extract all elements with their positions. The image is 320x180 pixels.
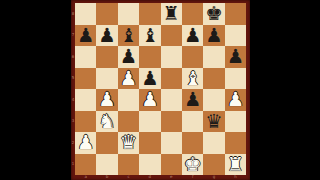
black-pawn: ♟ bbox=[184, 24, 201, 46]
square-c2[interactable]: ♛ bbox=[118, 132, 139, 154]
square-g4[interactable] bbox=[203, 89, 224, 111]
square-c6[interactable]: ♟ bbox=[118, 46, 139, 68]
square-a2[interactable]: ♟ bbox=[75, 132, 96, 154]
square-c5[interactable]: ♟ bbox=[118, 68, 139, 90]
black-rook: ♜ bbox=[163, 3, 180, 25]
square-d7[interactable]: ♝ bbox=[139, 25, 160, 47]
square-g6[interactable] bbox=[203, 46, 224, 68]
square-e4[interactable] bbox=[161, 89, 182, 111]
square-h2[interactable] bbox=[225, 132, 246, 154]
square-f1[interactable]: ♚ bbox=[182, 154, 203, 176]
square-d5[interactable]: ♟ bbox=[139, 68, 160, 90]
board-frame: ♜♚♟♟♝♝♟♟♟♟♟♟♝♟♟♟♟♞♛♟♛♚♜ 87654321abcdefgh bbox=[71, 0, 250, 180]
file-label-e: e bbox=[161, 175, 182, 180]
black-bishop: ♝ bbox=[141, 24, 158, 46]
square-b3[interactable]: ♞ bbox=[96, 111, 117, 133]
file-label-h: h bbox=[225, 175, 246, 180]
square-e7[interactable] bbox=[161, 25, 182, 47]
square-f3[interactable] bbox=[182, 111, 203, 133]
square-h7[interactable] bbox=[225, 25, 246, 47]
square-f2[interactable] bbox=[182, 132, 203, 154]
square-e5[interactable] bbox=[161, 68, 182, 90]
chess-board: ♜♚♟♟♝♝♟♟♟♟♟♟♝♟♟♟♟♞♛♟♛♚♜ bbox=[75, 3, 246, 175]
white-pawn: ♟ bbox=[77, 132, 94, 154]
square-e2[interactable] bbox=[161, 132, 182, 154]
square-d6[interactable] bbox=[139, 46, 160, 68]
white-pawn: ♟ bbox=[227, 89, 244, 111]
square-b4[interactable]: ♟ bbox=[96, 89, 117, 111]
square-f8[interactable] bbox=[182, 3, 203, 25]
square-a5[interactable] bbox=[75, 68, 96, 90]
square-c7[interactable]: ♝ bbox=[118, 25, 139, 47]
white-queen: ♛ bbox=[120, 132, 137, 154]
file-label-f: f bbox=[182, 175, 203, 180]
letterbox-right bbox=[250, 0, 320, 180]
square-h8[interactable] bbox=[225, 3, 246, 25]
square-h1[interactable]: ♜ bbox=[225, 154, 246, 176]
square-e8[interactable]: ♜ bbox=[161, 3, 182, 25]
black-pawn: ♟ bbox=[120, 46, 137, 68]
square-b6[interactable] bbox=[96, 46, 117, 68]
square-h3[interactable] bbox=[225, 111, 246, 133]
square-a3[interactable] bbox=[75, 111, 96, 133]
square-c4[interactable] bbox=[118, 89, 139, 111]
square-a1[interactable] bbox=[75, 154, 96, 176]
black-bishop: ♝ bbox=[120, 24, 137, 46]
square-d2[interactable] bbox=[139, 132, 160, 154]
white-pawn: ♟ bbox=[98, 89, 115, 111]
white-pawn: ♟ bbox=[120, 67, 137, 89]
black-pawn: ♟ bbox=[227, 46, 244, 68]
square-f4[interactable]: ♟ bbox=[182, 89, 203, 111]
file-label-a: a bbox=[75, 175, 96, 180]
black-queen: ♛ bbox=[205, 110, 222, 132]
square-b5[interactable] bbox=[96, 68, 117, 90]
square-f5[interactable]: ♝ bbox=[182, 68, 203, 90]
white-rook: ♜ bbox=[227, 153, 244, 175]
square-f7[interactable]: ♟ bbox=[182, 25, 203, 47]
black-pawn: ♟ bbox=[184, 89, 201, 111]
file-label-c: c bbox=[118, 175, 139, 180]
square-e1[interactable] bbox=[161, 154, 182, 176]
square-g3[interactable]: ♛ bbox=[203, 111, 224, 133]
square-d8[interactable] bbox=[139, 3, 160, 25]
square-a8[interactable] bbox=[75, 3, 96, 25]
black-king: ♚ bbox=[205, 3, 222, 25]
file-label-b: b bbox=[96, 175, 117, 180]
square-d3[interactable] bbox=[139, 111, 160, 133]
black-pawn: ♟ bbox=[141, 67, 158, 89]
file-label-d: d bbox=[139, 175, 160, 180]
square-h5[interactable] bbox=[225, 68, 246, 90]
square-g8[interactable]: ♚ bbox=[203, 3, 224, 25]
white-knight: ♞ bbox=[98, 110, 115, 132]
square-b1[interactable] bbox=[96, 154, 117, 176]
white-king: ♚ bbox=[184, 153, 201, 175]
square-b8[interactable] bbox=[96, 3, 117, 25]
white-pawn: ♟ bbox=[141, 89, 158, 111]
file-label-g: g bbox=[203, 175, 224, 180]
letterbox-left bbox=[0, 0, 71, 180]
square-e3[interactable] bbox=[161, 111, 182, 133]
square-g5[interactable] bbox=[203, 68, 224, 90]
square-d4[interactable]: ♟ bbox=[139, 89, 160, 111]
square-c3[interactable] bbox=[118, 111, 139, 133]
black-pawn: ♟ bbox=[77, 24, 94, 46]
square-c8[interactable] bbox=[118, 3, 139, 25]
square-f6[interactable] bbox=[182, 46, 203, 68]
square-a7[interactable]: ♟ bbox=[75, 25, 96, 47]
black-pawn: ♟ bbox=[98, 24, 115, 46]
white-bishop: ♝ bbox=[184, 67, 201, 89]
square-a4[interactable] bbox=[75, 89, 96, 111]
square-g1[interactable] bbox=[203, 154, 224, 176]
square-b2[interactable] bbox=[96, 132, 117, 154]
square-d1[interactable] bbox=[139, 154, 160, 176]
square-e6[interactable] bbox=[161, 46, 182, 68]
square-g7[interactable]: ♟ bbox=[203, 25, 224, 47]
square-g2[interactable] bbox=[203, 132, 224, 154]
black-pawn: ♟ bbox=[205, 24, 222, 46]
video-frame: ♜♚♟♟♝♝♟♟♟♟♟♟♝♟♟♟♟♞♛♟♛♚♜ 87654321abcdefgh bbox=[0, 0, 320, 180]
square-b7[interactable]: ♟ bbox=[96, 25, 117, 47]
square-a6[interactable] bbox=[75, 46, 96, 68]
square-h4[interactable]: ♟ bbox=[225, 89, 246, 111]
square-h6[interactable]: ♟ bbox=[225, 46, 246, 68]
square-c1[interactable] bbox=[118, 154, 139, 176]
